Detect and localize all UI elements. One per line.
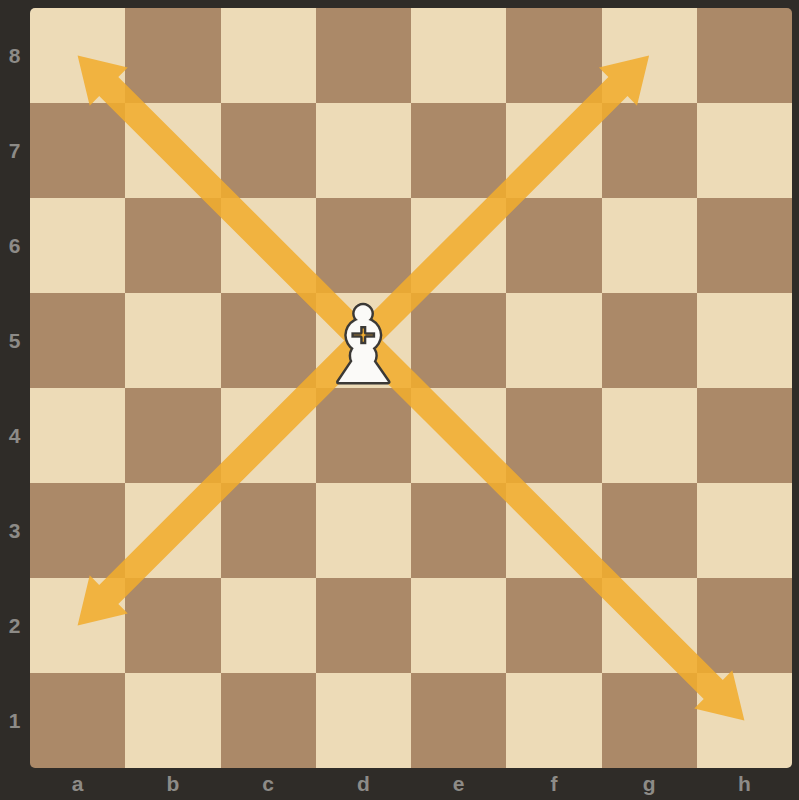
square-f4[interactable] [506,388,601,483]
square-f6[interactable] [506,198,601,293]
chess-diagram: ♝ 87654321abcdefgh [0,0,799,800]
square-b1[interactable] [125,673,220,768]
rank-label-2: 2 [0,614,29,638]
square-b7[interactable] [125,103,220,198]
square-e7[interactable] [411,103,506,198]
square-c1[interactable] [221,673,316,768]
square-g1[interactable] [602,673,697,768]
rank-label-8: 8 [0,44,29,68]
square-a1[interactable] [30,673,125,768]
square-h7[interactable] [697,103,792,198]
square-b2[interactable] [125,578,220,673]
square-c4[interactable] [221,388,316,483]
rank-label-7: 7 [0,139,29,163]
square-c2[interactable] [221,578,316,673]
chess-board[interactable] [30,8,792,768]
file-label-b: b [125,769,221,799]
square-c5[interactable] [221,293,316,388]
square-c8[interactable] [221,8,316,103]
square-a8[interactable] [30,8,125,103]
square-g8[interactable] [602,8,697,103]
rank-label-6: 6 [0,234,29,258]
file-label-c: c [220,769,316,799]
square-h1[interactable] [697,673,792,768]
square-b8[interactable] [125,8,220,103]
square-h4[interactable] [697,388,792,483]
square-g7[interactable] [602,103,697,198]
square-g4[interactable] [602,388,697,483]
square-f7[interactable] [506,103,601,198]
square-c6[interactable] [221,198,316,293]
file-label-e: e [411,769,507,799]
square-d4[interactable] [316,388,411,483]
square-a4[interactable] [30,388,125,483]
square-b4[interactable] [125,388,220,483]
square-d7[interactable] [316,103,411,198]
square-e3[interactable] [411,483,506,578]
square-b5[interactable] [125,293,220,388]
square-d2[interactable] [316,578,411,673]
file-label-a: a [30,769,126,799]
square-g3[interactable] [602,483,697,578]
file-label-f: f [506,769,602,799]
square-f2[interactable] [506,578,601,673]
square-g2[interactable] [602,578,697,673]
square-h6[interactable] [697,198,792,293]
square-c7[interactable] [221,103,316,198]
square-d1[interactable] [316,673,411,768]
file-label-h: h [696,769,792,799]
square-b3[interactable] [125,483,220,578]
square-g5[interactable] [602,293,697,388]
square-d8[interactable] [316,8,411,103]
square-a3[interactable] [30,483,125,578]
rank-label-4: 4 [0,424,29,448]
square-f8[interactable] [506,8,601,103]
rank-label-3: 3 [0,519,29,543]
square-f1[interactable] [506,673,601,768]
rank-label-5: 5 [0,329,29,353]
square-e5[interactable] [411,293,506,388]
square-e4[interactable] [411,388,506,483]
square-h3[interactable] [697,483,792,578]
square-a2[interactable] [30,578,125,673]
square-g6[interactable] [602,198,697,293]
square-e8[interactable] [411,8,506,103]
rank-label-1: 1 [0,709,29,733]
square-f3[interactable] [506,483,601,578]
square-a6[interactable] [30,198,125,293]
square-b6[interactable] [125,198,220,293]
square-d6[interactable] [316,198,411,293]
square-c3[interactable] [221,483,316,578]
square-e1[interactable] [411,673,506,768]
square-d3[interactable] [316,483,411,578]
square-e2[interactable] [411,578,506,673]
square-h8[interactable] [697,8,792,103]
square-a5[interactable] [30,293,125,388]
file-label-g: g [601,769,697,799]
square-h2[interactable] [697,578,792,673]
square-a7[interactable] [30,103,125,198]
file-label-d: d [315,769,411,799]
square-f5[interactable] [506,293,601,388]
square-d5[interactable] [316,293,411,388]
square-e6[interactable] [411,198,506,293]
square-h5[interactable] [697,293,792,388]
